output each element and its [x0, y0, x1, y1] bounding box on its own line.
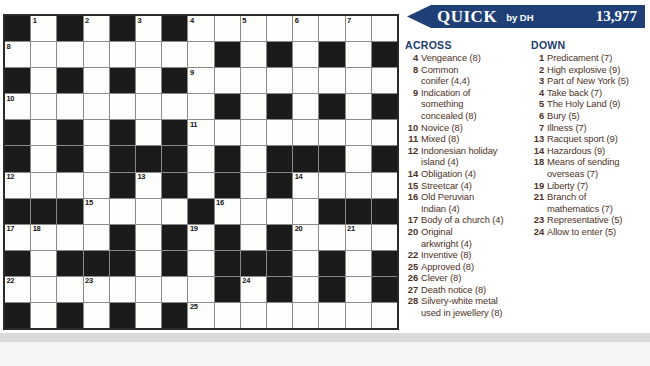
- grid-cell[interactable]: [136, 303, 161, 328]
- grid-cell[interactable]: [372, 173, 397, 198]
- grid-cell[interactable]: [57, 94, 82, 119]
- clue-item: 16Old Peruvian Indian (4): [403, 191, 528, 214]
- black-cell: [215, 251, 240, 276]
- cell-number: 16: [216, 199, 224, 207]
- clue-number: 9: [403, 87, 421, 122]
- grid-cell[interactable]: 15: [84, 199, 109, 224]
- clue-text: Novice (8): [421, 122, 528, 134]
- clue-text: Take back (7): [547, 87, 649, 99]
- black-cell: [162, 173, 187, 198]
- clue-number: 14: [529, 145, 547, 157]
- clue-item: 15Streetcar (4): [403, 180, 528, 192]
- grid-cell[interactable]: [267, 303, 292, 328]
- black-cell: [372, 199, 397, 224]
- black-cell: [215, 94, 240, 119]
- clue-item: 2High explosive (9): [529, 64, 649, 76]
- grid-cell[interactable]: [319, 120, 344, 145]
- grid-cell[interactable]: [188, 277, 213, 302]
- black-cell: [372, 277, 397, 302]
- clue-item: 17Body of a church (4): [403, 214, 528, 226]
- grid-cell[interactable]: [136, 225, 161, 250]
- black-cell: [110, 16, 135, 41]
- grid-cell[interactable]: [162, 199, 187, 224]
- clue-number: 11: [403, 133, 421, 145]
- clue-item: 6Bury (5): [529, 110, 649, 122]
- black-cell: [346, 199, 371, 224]
- grid-cell[interactable]: [31, 68, 56, 93]
- grid-cell[interactable]: 16: [215, 199, 240, 224]
- black-cell: [162, 251, 187, 276]
- black-cell: [162, 68, 187, 93]
- grid-cell[interactable]: [372, 225, 397, 250]
- grid-cell[interactable]: [84, 225, 109, 250]
- black-cell: [319, 251, 344, 276]
- clue-number: 7: [529, 122, 547, 134]
- clue-number: 5: [529, 98, 547, 110]
- cell-number: 8: [7, 43, 11, 51]
- grid-cell[interactable]: [267, 68, 292, 93]
- grid-cell[interactable]: [346, 120, 371, 145]
- black-cell: [162, 225, 187, 250]
- cell-number: 21: [347, 225, 355, 233]
- cell-number: 3: [138, 17, 142, 25]
- grid-cell[interactable]: [57, 225, 82, 250]
- clue-item: 14Hazardous (9): [529, 145, 649, 157]
- clue-number: 1: [529, 52, 547, 64]
- black-cell: [319, 277, 344, 302]
- black-cell: [319, 42, 344, 67]
- grid-cell[interactable]: 14: [293, 173, 318, 198]
- clue-text: Means of sending overseas (7): [547, 156, 649, 179]
- clue-text: Death notice (8): [421, 284, 528, 296]
- clue-item: 11Mixed (8): [403, 133, 528, 145]
- cell-number: 23: [85, 277, 93, 285]
- grid-cell[interactable]: [372, 303, 397, 328]
- grid-cell[interactable]: 10: [5, 94, 30, 119]
- grid-cell[interactable]: 19: [188, 225, 213, 250]
- grid-cell[interactable]: [293, 120, 318, 145]
- grid-cell[interactable]: [241, 68, 266, 93]
- black-cell: [319, 199, 344, 224]
- grid-cell[interactable]: [31, 146, 56, 171]
- grid-cell[interactable]: 18: [31, 225, 56, 250]
- down-clue-list: 1Predicament (7)2High explosive (9)3Part…: [529, 52, 649, 238]
- grid-cell[interactable]: [188, 173, 213, 198]
- black-cell: [267, 146, 292, 171]
- title-banner: QUICK by DH 13,977: [407, 5, 645, 28]
- clue-number: 6: [529, 110, 547, 122]
- grid-cell[interactable]: [241, 303, 266, 328]
- cell-number: 13: [138, 173, 146, 181]
- cell-number: 5: [242, 17, 246, 25]
- clue-text: Vengeance (8): [421, 52, 528, 64]
- grid-cell[interactable]: [293, 68, 318, 93]
- clue-number: 12: [403, 145, 421, 168]
- black-cell: [5, 251, 30, 276]
- clue-item: 28Silvery-white metal used in jewellery …: [403, 295, 528, 318]
- crossword-grid: 1234567891011121314151617181920212223242…: [3, 14, 399, 330]
- grid-cell[interactable]: [267, 120, 292, 145]
- clue-number: 16: [403, 191, 421, 214]
- cell-number: 10: [7, 95, 15, 103]
- grid-cell[interactable]: [110, 42, 135, 67]
- clue-text: Common conifer (4,4): [421, 64, 528, 87]
- clue-number: 8: [403, 64, 421, 87]
- grid-cell[interactable]: 9: [188, 68, 213, 93]
- black-cell: [57, 120, 82, 145]
- grid-cell[interactable]: [31, 42, 56, 67]
- cell-number: 14: [295, 173, 303, 181]
- grid-cell[interactable]: [188, 94, 213, 119]
- clue-item: 9Indication of something concealed (8): [403, 87, 528, 122]
- clue-number: 15: [403, 180, 421, 192]
- grid-cell[interactable]: [84, 146, 109, 171]
- grid-cell[interactable]: [84, 303, 109, 328]
- clue-number: 4: [529, 87, 547, 99]
- cell-number: 11: [190, 121, 197, 129]
- clue-number: 13: [529, 133, 547, 145]
- black-cell: [110, 146, 135, 171]
- grid-cell[interactable]: [346, 146, 371, 171]
- grid-cell[interactable]: [162, 42, 187, 67]
- clue-item: 20Original arkwright (4): [403, 226, 528, 249]
- black-cell: [5, 199, 30, 224]
- grid-cell[interactable]: [110, 94, 135, 119]
- clue-item: 3Part of New York (5): [529, 75, 649, 87]
- grid-cell[interactable]: [241, 199, 266, 224]
- clue-item: 25Approved (8): [403, 261, 528, 273]
- clue-item: 14Obligation (4): [403, 168, 528, 180]
- grid-cell[interactable]: 5: [241, 16, 266, 41]
- grid-cell[interactable]: [31, 120, 56, 145]
- grid-cell[interactable]: 24: [241, 277, 266, 302]
- grid-cell[interactable]: [84, 173, 109, 198]
- grid-cell[interactable]: 17: [5, 225, 30, 250]
- grid-cell[interactable]: [267, 199, 292, 224]
- grid-cell[interactable]: [346, 68, 371, 93]
- grid-cell[interactable]: [241, 225, 266, 250]
- grid-cell[interactable]: 2: [84, 16, 109, 41]
- clue-text: Representative (5): [547, 214, 649, 226]
- page-bottom-area: [0, 342, 650, 366]
- grid-cell[interactable]: [293, 303, 318, 328]
- black-cell: [215, 146, 240, 171]
- black-cell: [372, 42, 397, 67]
- cell-number: 24: [242, 277, 250, 285]
- black-cell: [5, 303, 30, 328]
- clue-item: 4Take back (7): [529, 87, 649, 99]
- grid-cell[interactable]: [136, 277, 161, 302]
- clue-text: Branch of mathematics (7): [547, 191, 649, 214]
- grid-cell[interactable]: [293, 277, 318, 302]
- grid-cell[interactable]: [84, 120, 109, 145]
- cell-number: 20: [295, 225, 303, 233]
- black-cell: [110, 120, 135, 145]
- clue-item: 26Clever (8): [403, 272, 528, 284]
- black-cell: [267, 42, 292, 67]
- black-cell: [372, 251, 397, 276]
- grid-cell[interactable]: 3: [136, 16, 161, 41]
- cell-number: 18: [33, 225, 41, 233]
- black-cell: [267, 94, 292, 119]
- grid-cell[interactable]: [319, 173, 344, 198]
- clue-item: 23Representative (5): [529, 214, 649, 226]
- black-cell: [5, 120, 30, 145]
- black-cell: [162, 120, 187, 145]
- clue-text: Illness (7): [547, 122, 649, 134]
- clue-number: 3: [529, 75, 547, 87]
- black-cell: [293, 146, 318, 171]
- clue-item: 5The Holy Land (9): [529, 98, 649, 110]
- grid-cell[interactable]: [372, 120, 397, 145]
- black-cell: [110, 68, 135, 93]
- black-cell: [57, 146, 82, 171]
- grid-cell[interactable]: [188, 251, 213, 276]
- cell-number: 6: [295, 17, 299, 25]
- grid-cell[interactable]: [84, 42, 109, 67]
- grid-cell[interactable]: [84, 68, 109, 93]
- black-cell: [267, 225, 292, 250]
- grid-cell[interactable]: [84, 94, 109, 119]
- grid-cell[interactable]: [162, 277, 187, 302]
- grid-cell[interactable]: [319, 16, 344, 41]
- grid-cell[interactable]: [346, 251, 371, 276]
- puzzle-number: 13,977: [596, 9, 637, 24]
- grid-cell[interactable]: [136, 251, 161, 276]
- clue-text: Mixed (8): [421, 133, 528, 145]
- down-header: DOWN: [531, 39, 649, 51]
- grid-cell[interactable]: [57, 277, 82, 302]
- clue-number: 18: [529, 156, 547, 179]
- clue-text: Bury (5): [547, 110, 649, 122]
- clue-text: Silvery-white metal used in jewellery (8…: [421, 295, 528, 318]
- cell-number: 2: [85, 17, 89, 25]
- black-cell: [215, 173, 240, 198]
- grid-cell[interactable]: [136, 68, 161, 93]
- clue-item: 13Racquet sport (9): [529, 133, 649, 145]
- black-cell: [162, 16, 187, 41]
- grid-cell[interactable]: [319, 225, 344, 250]
- clue-number: 10: [403, 122, 421, 134]
- grid-cell[interactable]: [241, 146, 266, 171]
- cell-number: 17: [7, 225, 15, 233]
- clue-text: Obligation (4): [421, 168, 528, 180]
- clue-item: 12Indonesian holiday island (4): [403, 145, 528, 168]
- clue-number: 20: [403, 226, 421, 249]
- grid-cell[interactable]: [188, 42, 213, 67]
- clue-text: Approved (8): [421, 261, 528, 273]
- clue-item: 22Inventive (8): [403, 249, 528, 261]
- grid-cell[interactable]: 1: [31, 16, 56, 41]
- grid-cell[interactable]: [293, 199, 318, 224]
- black-cell: [215, 225, 240, 250]
- clue-number: 14: [403, 168, 421, 180]
- grid-cell[interactable]: [136, 94, 161, 119]
- black-cell: [5, 68, 30, 93]
- grid-cell[interactable]: 7: [346, 16, 371, 41]
- clue-item: 24Allow to enter (5): [529, 226, 649, 238]
- puzzle-title: QUICK: [437, 8, 497, 25]
- grid-cell[interactable]: 8: [5, 42, 30, 67]
- black-cell: [57, 68, 82, 93]
- grid-cell[interactable]: [346, 173, 371, 198]
- clue-text: Indication of something concealed (8): [421, 87, 528, 122]
- clue-text: Original arkwright (4): [421, 226, 528, 249]
- grid-cell[interactable]: [136, 42, 161, 67]
- clue-item: 19Liberty (7): [529, 180, 649, 192]
- grid-cell[interactable]: [241, 94, 266, 119]
- clue-number: 4: [403, 52, 421, 64]
- clue-item: 1Predicament (7): [529, 52, 649, 64]
- grid-cell[interactable]: [241, 173, 266, 198]
- across-clue-list: 4Vengeance (8)8Common conifer (4,4)9Indi…: [403, 52, 528, 319]
- black-cell: [110, 251, 135, 276]
- black-cell: [215, 42, 240, 67]
- clue-item: 8Common conifer (4,4): [403, 64, 528, 87]
- grid-cell[interactable]: [267, 16, 292, 41]
- clue-item: 10Novice (8): [403, 122, 528, 134]
- black-cell: [319, 94, 344, 119]
- clue-number: 27: [403, 284, 421, 296]
- black-cell: [162, 146, 187, 171]
- grid-cell[interactable]: [110, 199, 135, 224]
- puzzle-byline: by DH: [506, 13, 533, 23]
- black-cell: [241, 251, 266, 276]
- grid-cell[interactable]: [293, 42, 318, 67]
- grid-cell[interactable]: 12: [5, 173, 30, 198]
- grid-cell[interactable]: 20: [293, 225, 318, 250]
- cell-number: 12: [7, 173, 15, 181]
- grid-cell[interactable]: [136, 199, 161, 224]
- grid-cell[interactable]: [215, 120, 240, 145]
- black-cell: [57, 16, 82, 41]
- clue-text: Racquet sport (9): [547, 133, 649, 145]
- clue-number: 2: [529, 64, 547, 76]
- clue-text: Old Peruvian Indian (4): [421, 191, 528, 214]
- grid-cell[interactable]: [215, 68, 240, 93]
- grid-cell[interactable]: [346, 277, 371, 302]
- black-cell: [162, 303, 187, 328]
- clue-text: Predicament (7): [547, 52, 649, 64]
- black-cell: [57, 303, 82, 328]
- grid-cell[interactable]: [57, 173, 82, 198]
- grid-cell[interactable]: [31, 94, 56, 119]
- clue-text: Streetcar (4): [421, 180, 528, 192]
- clue-text: Body of a church (4): [421, 214, 528, 226]
- clue-text: Liberty (7): [547, 180, 649, 192]
- black-cell: [267, 277, 292, 302]
- clue-text: Inventive (8): [421, 249, 528, 261]
- across-header: ACROSS: [405, 39, 528, 51]
- grid-cell[interactable]: [346, 94, 371, 119]
- clue-number: 28: [403, 295, 421, 318]
- black-cell: [110, 303, 135, 328]
- black-cell: [372, 94, 397, 119]
- cell-number: 7: [347, 17, 351, 25]
- grid-cell[interactable]: [293, 251, 318, 276]
- grid-cell[interactable]: [31, 173, 56, 198]
- clue-item: 4Vengeance (8): [403, 52, 528, 64]
- cell-number: 4: [190, 17, 194, 25]
- cell-number: 9: [190, 69, 194, 77]
- down-clues: DOWN 1Predicament (7)2High explosive (9)…: [529, 39, 649, 238]
- clue-number: 24: [529, 226, 547, 238]
- black-cell: [136, 146, 161, 171]
- clue-number: 21: [529, 191, 547, 214]
- black-cell: [215, 277, 240, 302]
- grid-cell[interactable]: [293, 94, 318, 119]
- grid-cell[interactable]: [215, 16, 240, 41]
- clue-item: 18Means of sending overseas (7): [529, 156, 649, 179]
- grid-cell[interactable]: [319, 68, 344, 93]
- grid-cell[interactable]: [110, 277, 135, 302]
- black-cell: [110, 225, 135, 250]
- grid-cell[interactable]: 11: [188, 120, 213, 145]
- grid-cell[interactable]: [346, 303, 371, 328]
- clue-number: 22: [403, 249, 421, 261]
- clue-number: 19: [529, 180, 547, 192]
- clue-text: The Holy Land (9): [547, 98, 649, 110]
- grid-cell[interactable]: 21: [346, 225, 371, 250]
- black-cell: [84, 251, 109, 276]
- clue-text: Allow to enter (5): [547, 226, 649, 238]
- clue-text: Part of New York (5): [547, 75, 649, 87]
- clue-number: 17: [403, 214, 421, 226]
- grid-cell[interactable]: 22: [5, 277, 30, 302]
- black-cell: [319, 146, 344, 171]
- grid-cell[interactable]: [215, 303, 240, 328]
- black-cell: [110, 173, 135, 198]
- grid-cell[interactable]: [31, 303, 56, 328]
- clue-item: 7Illness (7): [529, 122, 649, 134]
- black-cell: [5, 146, 30, 171]
- grid-cell[interactable]: [31, 251, 56, 276]
- black-cell: [5, 16, 30, 41]
- page-bottom-strip: [0, 333, 650, 342]
- clue-text: Hazardous (9): [547, 145, 649, 157]
- clue-number: 25: [403, 261, 421, 273]
- cell-number: 15: [85, 199, 93, 207]
- cell-number: 1: [33, 17, 37, 25]
- grid-cell[interactable]: 4: [188, 16, 213, 41]
- grid-cell[interactable]: [372, 68, 397, 93]
- grid-cell[interactable]: [372, 16, 397, 41]
- black-cell: [188, 199, 213, 224]
- grid-cell[interactable]: [136, 120, 161, 145]
- clue-text: Indonesian holiday island (4): [421, 145, 528, 168]
- grid-cell[interactable]: [57, 42, 82, 67]
- grid-cell[interactable]: [241, 120, 266, 145]
- cell-number: 22: [7, 277, 15, 285]
- cell-number: 25: [190, 303, 198, 311]
- grid-cell[interactable]: [319, 303, 344, 328]
- clue-item: 27Death notice (8): [403, 284, 528, 296]
- grid-cell[interactable]: 25: [188, 303, 213, 328]
- black-cell: [31, 199, 56, 224]
- clue-text: Clever (8): [421, 272, 528, 284]
- grid-cell[interactable]: 6: [293, 16, 318, 41]
- grid-cell[interactable]: [162, 94, 187, 119]
- grid-cell[interactable]: [346, 42, 371, 67]
- grid-cell[interactable]: [241, 42, 266, 67]
- grid-cell[interactable]: [31, 277, 56, 302]
- grid-cell[interactable]: 13: [136, 173, 161, 198]
- grid-cell[interactable]: 23: [84, 277, 109, 302]
- clue-number: 26: [403, 272, 421, 284]
- black-cell: [57, 251, 82, 276]
- clue-text: High explosive (9): [547, 64, 649, 76]
- grid-cell[interactable]: [188, 146, 213, 171]
